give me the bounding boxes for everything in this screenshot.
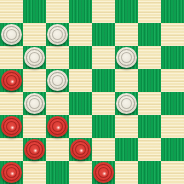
white-man-piece[interactable] bbox=[24, 47, 45, 68]
square-r4c3[interactable] bbox=[69, 92, 92, 115]
square-r1c1 bbox=[23, 23, 46, 46]
square-r0c3[interactable] bbox=[69, 0, 92, 23]
square-r3c2[interactable] bbox=[46, 69, 69, 92]
square-r6c4 bbox=[92, 138, 115, 161]
white-man-piece[interactable] bbox=[116, 93, 137, 114]
square-r6c5[interactable] bbox=[115, 138, 138, 161]
square-r3c5 bbox=[115, 69, 138, 92]
square-r0c0 bbox=[0, 0, 23, 23]
square-r1c2[interactable] bbox=[46, 23, 69, 46]
square-r1c4[interactable] bbox=[92, 23, 115, 46]
square-r6c0 bbox=[0, 138, 23, 161]
square-r6c7[interactable] bbox=[161, 138, 184, 161]
red-man-piece[interactable] bbox=[93, 162, 114, 183]
square-r6c6 bbox=[138, 138, 161, 161]
square-r4c1[interactable] bbox=[23, 92, 46, 115]
square-r4c2 bbox=[46, 92, 69, 115]
square-r7c5 bbox=[115, 161, 138, 184]
square-r0c4 bbox=[92, 0, 115, 23]
square-r0c7[interactable] bbox=[161, 0, 184, 23]
square-r4c0 bbox=[0, 92, 23, 115]
square-r2c6 bbox=[138, 46, 161, 69]
square-r3c4[interactable] bbox=[92, 69, 115, 92]
square-r1c5 bbox=[115, 23, 138, 46]
square-r0c6 bbox=[138, 0, 161, 23]
square-r7c1 bbox=[23, 161, 46, 184]
square-r7c0[interactable] bbox=[0, 161, 23, 184]
red-man-piece[interactable] bbox=[1, 162, 22, 183]
square-r2c5[interactable] bbox=[115, 46, 138, 69]
square-r6c3[interactable] bbox=[69, 138, 92, 161]
square-r0c1[interactable] bbox=[23, 0, 46, 23]
square-r4c5[interactable] bbox=[115, 92, 138, 115]
white-man-piece[interactable] bbox=[47, 70, 68, 91]
square-r1c7 bbox=[161, 23, 184, 46]
white-man-piece[interactable] bbox=[1, 24, 22, 45]
square-r5c3 bbox=[69, 115, 92, 138]
square-r5c5 bbox=[115, 115, 138, 138]
square-r5c4[interactable] bbox=[92, 115, 115, 138]
square-r7c4[interactable] bbox=[92, 161, 115, 184]
red-man-piece[interactable] bbox=[24, 139, 45, 160]
square-r2c1[interactable] bbox=[23, 46, 46, 69]
square-r7c6[interactable] bbox=[138, 161, 161, 184]
square-r3c7 bbox=[161, 69, 184, 92]
square-r5c2[interactable] bbox=[46, 115, 69, 138]
square-r2c4 bbox=[92, 46, 115, 69]
square-r0c5[interactable] bbox=[115, 0, 138, 23]
square-r4c4 bbox=[92, 92, 115, 115]
square-r7c3 bbox=[69, 161, 92, 184]
square-r7c7 bbox=[161, 161, 184, 184]
square-r3c1 bbox=[23, 69, 46, 92]
square-r3c3 bbox=[69, 69, 92, 92]
square-r5c6[interactable] bbox=[138, 115, 161, 138]
square-r4c6 bbox=[138, 92, 161, 115]
square-r1c0[interactable] bbox=[0, 23, 23, 46]
checkers-board bbox=[0, 0, 184, 184]
red-man-piece[interactable] bbox=[1, 70, 22, 91]
square-r5c1 bbox=[23, 115, 46, 138]
white-man-piece[interactable] bbox=[116, 47, 137, 68]
square-r2c7[interactable] bbox=[161, 46, 184, 69]
white-man-piece[interactable] bbox=[24, 93, 45, 114]
square-r1c3 bbox=[69, 23, 92, 46]
red-man-piece[interactable] bbox=[47, 116, 68, 137]
white-man-piece[interactable] bbox=[47, 24, 68, 45]
square-r1c6[interactable] bbox=[138, 23, 161, 46]
square-r7c2[interactable] bbox=[46, 161, 69, 184]
square-r5c0[interactable] bbox=[0, 115, 23, 138]
square-r0c2 bbox=[46, 0, 69, 23]
square-r2c0 bbox=[0, 46, 23, 69]
square-r6c1[interactable] bbox=[23, 138, 46, 161]
red-man-piece[interactable] bbox=[1, 116, 22, 137]
square-r2c3[interactable] bbox=[69, 46, 92, 69]
square-r2c2 bbox=[46, 46, 69, 69]
square-r3c6[interactable] bbox=[138, 69, 161, 92]
square-r3c0[interactable] bbox=[0, 69, 23, 92]
square-r6c2 bbox=[46, 138, 69, 161]
square-r5c7 bbox=[161, 115, 184, 138]
red-man-piece[interactable] bbox=[70, 139, 91, 160]
square-r4c7[interactable] bbox=[161, 92, 184, 115]
